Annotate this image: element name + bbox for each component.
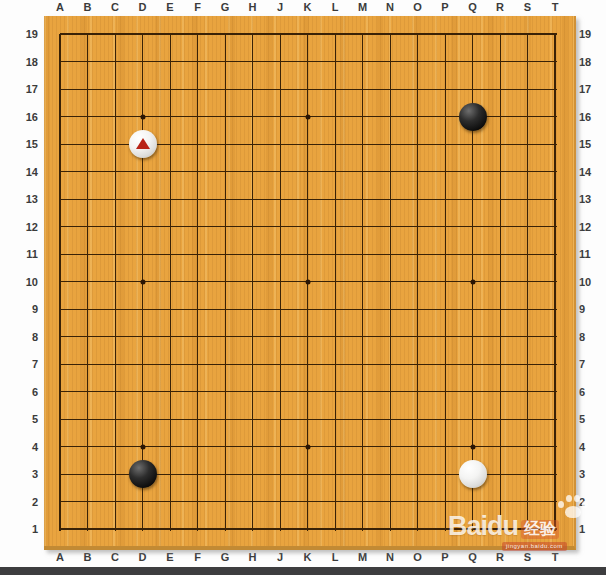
grid-line-vertical (500, 34, 501, 531)
row-label-right: 6 (579, 386, 605, 398)
column-label-top: H (249, 1, 257, 13)
grid-line-vertical (527, 34, 528, 531)
grid-line-horizontal (60, 61, 557, 62)
row-label-left: 11 (0, 248, 38, 260)
row-label-right: 2 (579, 496, 605, 508)
star-point (305, 279, 310, 284)
grid-line-vertical (554, 34, 556, 531)
column-label-bottom: H (249, 551, 257, 563)
row-label-right: 1 (579, 523, 605, 535)
go-diagram-page: ABCDEFGHJKLMNOPQRST ABCDEFGHJKLMNOPQRST … (0, 0, 606, 575)
row-label-left: 19 (0, 28, 38, 40)
grid-line-vertical (225, 34, 226, 531)
row-label-left: 9 (0, 303, 38, 315)
black-stone-D3 (129, 460, 157, 488)
column-label-top: N (386, 1, 394, 13)
column-label-bottom: E (166, 551, 173, 563)
row-label-left: 4 (0, 441, 38, 453)
grid-line-vertical (170, 34, 171, 531)
grid-line-vertical (252, 34, 253, 531)
column-label-top: A (56, 1, 64, 13)
column-label-bottom: O (413, 551, 422, 563)
row-label-right: 8 (579, 331, 605, 343)
row-label-left: 15 (0, 138, 38, 150)
star-point (470, 444, 475, 449)
row-label-left: 18 (0, 56, 38, 68)
column-label-bottom: L (332, 551, 339, 563)
row-label-right: 17 (579, 83, 605, 95)
column-label-bottom: P (441, 551, 448, 563)
grid-line-vertical (59, 34, 61, 531)
column-label-bottom: M (358, 551, 367, 563)
grid-line-horizontal (60, 254, 557, 255)
star-point (305, 444, 310, 449)
star-point (140, 114, 145, 119)
row-label-left: 17 (0, 83, 38, 95)
column-label-top: P (441, 1, 448, 13)
star-point (140, 444, 145, 449)
column-label-bottom: B (84, 551, 92, 563)
column-label-top: C (111, 1, 119, 13)
column-label-bottom: A (56, 551, 64, 563)
row-label-left: 12 (0, 221, 38, 233)
window-bottom-bar (0, 567, 606, 575)
row-label-left: 7 (0, 358, 38, 370)
grid-line-vertical (115, 34, 116, 531)
row-label-right: 7 (579, 358, 605, 370)
grid-line-horizontal (60, 199, 557, 200)
grid-line-vertical (280, 34, 281, 531)
column-label-top: D (139, 1, 147, 13)
column-label-top: Q (468, 1, 477, 13)
column-label-top: J (277, 1, 283, 13)
grid-line-horizontal (60, 171, 557, 172)
row-label-right: 3 (579, 468, 605, 480)
column-label-bottom: T (552, 551, 559, 563)
grid-line-horizontal (60, 89, 557, 90)
grid-line-vertical (362, 34, 363, 531)
column-label-top: O (413, 1, 422, 13)
row-label-left: 3 (0, 468, 38, 480)
column-label-bottom: S (524, 551, 531, 563)
row-label-right: 5 (579, 413, 605, 425)
column-label-top: E (166, 1, 173, 13)
row-label-right: 16 (579, 111, 605, 123)
grid-line-horizontal (60, 309, 557, 310)
column-label-bottom: N (386, 551, 394, 563)
column-label-bottom: Q (468, 551, 477, 563)
grid-line-horizontal (60, 336, 557, 337)
row-label-left: 14 (0, 166, 38, 178)
row-label-left: 5 (0, 413, 38, 425)
row-label-left: 13 (0, 193, 38, 205)
row-label-left: 1 (0, 523, 38, 535)
column-label-top: B (84, 1, 92, 13)
grid-line-vertical (445, 34, 446, 531)
column-label-top: K (304, 1, 312, 13)
star-point (470, 279, 475, 284)
column-label-top: F (194, 1, 201, 13)
star-point (140, 279, 145, 284)
white-stone-Q3 (459, 460, 487, 488)
row-label-right: 18 (579, 56, 605, 68)
column-label-top: M (358, 1, 367, 13)
white-stone-D15 (129, 130, 157, 158)
go-board (44, 16, 576, 550)
grid-line-vertical (390, 34, 391, 531)
row-label-right: 9 (579, 303, 605, 315)
row-label-right: 10 (579, 276, 605, 288)
column-label-bottom: G (221, 551, 230, 563)
column-label-top: R (496, 1, 504, 13)
grid-line-horizontal (60, 33, 557, 35)
row-label-right: 11 (579, 248, 605, 260)
column-label-bottom: J (277, 551, 283, 563)
grid-line-horizontal (60, 501, 557, 502)
column-label-bottom: K (304, 551, 312, 563)
grid-line-vertical (417, 34, 418, 531)
row-label-left: 2 (0, 496, 38, 508)
grid-line-horizontal (60, 364, 557, 365)
grid-line-vertical (197, 34, 198, 531)
row-label-right: 13 (579, 193, 605, 205)
last-move-triangle-marker (136, 138, 150, 149)
column-label-top: S (524, 1, 531, 13)
row-label-right: 19 (579, 28, 605, 40)
column-label-top: T (552, 1, 559, 13)
column-label-top: L (332, 1, 339, 13)
row-label-left: 16 (0, 111, 38, 123)
row-label-right: 15 (579, 138, 605, 150)
row-label-right: 4 (579, 441, 605, 453)
row-label-right: 12 (579, 221, 605, 233)
column-label-top: G (221, 1, 230, 13)
black-stone-Q16 (459, 103, 487, 131)
row-label-left: 8 (0, 331, 38, 343)
grid-line-horizontal (60, 419, 557, 420)
row-label-left: 10 (0, 276, 38, 288)
grid-line-horizontal (60, 226, 557, 227)
column-label-bottom: D (139, 551, 147, 563)
row-label-right: 14 (579, 166, 605, 178)
grid-line-vertical (335, 34, 336, 531)
column-label-bottom: F (194, 551, 201, 563)
grid-line-horizontal (60, 391, 557, 392)
grid-line-vertical (87, 34, 88, 531)
star-point (305, 114, 310, 119)
row-label-left: 6 (0, 386, 38, 398)
grid-line-horizontal (60, 528, 557, 530)
column-label-bottom: C (111, 551, 119, 563)
column-label-bottom: R (496, 551, 504, 563)
